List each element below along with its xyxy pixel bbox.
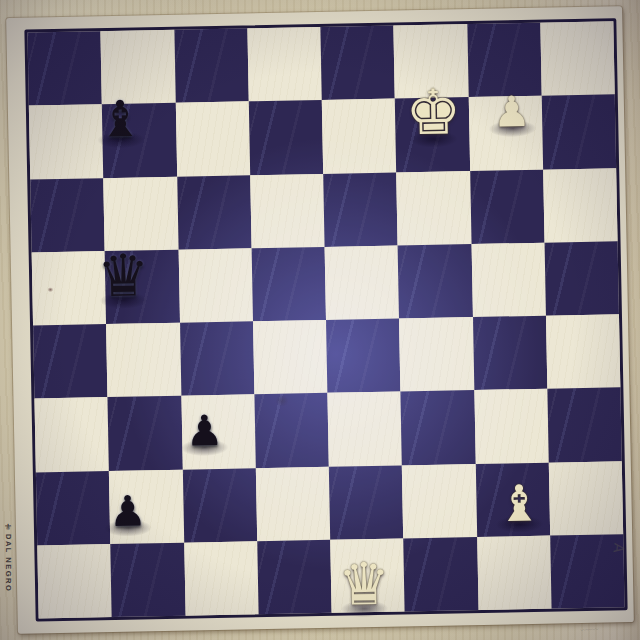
king-glyph: ♚ (405, 81, 462, 144)
piece-black-queen[interactable]: ♛ (97, 246, 150, 305)
pawn-glyph: ♟ (109, 490, 147, 533)
piece-white-bishop[interactable]: ♝ (496, 478, 542, 529)
queen-glyph: ♛ (338, 555, 391, 614)
brand-label: ⚜ DAL NEGRO (1, 522, 15, 592)
piece-black-bishop[interactable]: ♝ (97, 94, 143, 145)
pawn-glyph: ♟ (185, 410, 223, 453)
maker-name: DAL NEGRO (4, 534, 13, 592)
pencil-mark-letter: A (610, 542, 627, 553)
piece-white-king[interactable]: ♚ (405, 81, 462, 144)
pencil-mark-scribble: ﹏﹏ (580, 619, 599, 634)
maker-logo-icon: ⚜ (1, 522, 15, 532)
pieces-layer: ♝♚♟♛♟♟♝♛ (24, 18, 621, 615)
queen-glyph: ♛ (97, 246, 150, 305)
piece-black-pawn[interactable]: ♟ (185, 410, 223, 453)
chess-board: ♝♚♟♛♟♟♝♛ (6, 6, 634, 634)
piece-white-queen[interactable]: ♛ (338, 555, 391, 614)
piece-black-pawn[interactable]: ♟ (109, 490, 147, 533)
pawn-glyph: ♟ (493, 91, 531, 134)
bishop-glyph: ♝ (496, 478, 542, 529)
bishop-glyph: ♝ (97, 94, 143, 145)
piece-white-pawn[interactable]: ♟ (493, 91, 531, 134)
